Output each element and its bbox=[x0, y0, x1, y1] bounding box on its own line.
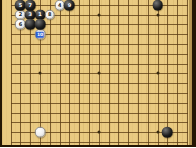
grid-line-horizontal bbox=[11, 142, 188, 143]
last-move-number-highlight: 10 bbox=[36, 31, 44, 37]
grid-line-horizontal bbox=[11, 54, 188, 55]
go-stone-white-move-8[interactable]: 8 bbox=[45, 9, 56, 20]
star-point bbox=[156, 13, 159, 16]
grid-line-horizontal bbox=[11, 122, 188, 123]
move-number: 7 bbox=[29, 2, 32, 7]
star-point bbox=[97, 13, 100, 16]
go-stone-black-move-9[interactable]: 9 bbox=[64, 0, 75, 10]
move-number: 4 bbox=[58, 2, 61, 7]
star-point bbox=[39, 72, 42, 75]
board-frame-bottom bbox=[0, 145, 196, 148]
move-number: 9 bbox=[68, 2, 71, 7]
go-board[interactable]: 12345678910 bbox=[2, 0, 192, 145]
go-stone-black[interactable] bbox=[152, 0, 163, 10]
grid-line-horizontal bbox=[11, 64, 188, 65]
star-point bbox=[97, 72, 100, 75]
grid-line-horizontal bbox=[11, 93, 188, 94]
move-number: 2 bbox=[19, 12, 22, 17]
go-stone-white-move-10[interactable]: 10 bbox=[35, 29, 46, 40]
star-point bbox=[156, 131, 159, 134]
go-stone-black[interactable] bbox=[162, 127, 173, 138]
go-stone-black-move-7[interactable]: 7 bbox=[25, 0, 36, 10]
move-number: 6 bbox=[19, 22, 22, 27]
grid-line-horizontal bbox=[11, 113, 188, 114]
grid-line-horizontal bbox=[11, 83, 188, 84]
go-stone-white[interactable] bbox=[35, 127, 46, 138]
star-point bbox=[156, 72, 159, 75]
move-number: 8 bbox=[48, 12, 51, 17]
move-number: 3 bbox=[29, 12, 32, 17]
grid-line-horizontal bbox=[11, 103, 188, 104]
go-stone-black[interactable] bbox=[35, 19, 46, 30]
star-point bbox=[97, 131, 100, 134]
move-number: 5 bbox=[19, 2, 22, 7]
move-number: 1 bbox=[38, 12, 41, 17]
go-app-screenshot: 12345678910 bbox=[0, 0, 196, 147]
board-frame-right bbox=[192, 0, 196, 147]
grid-line-horizontal bbox=[11, 44, 188, 45]
board-frame-left bbox=[0, 0, 2, 147]
